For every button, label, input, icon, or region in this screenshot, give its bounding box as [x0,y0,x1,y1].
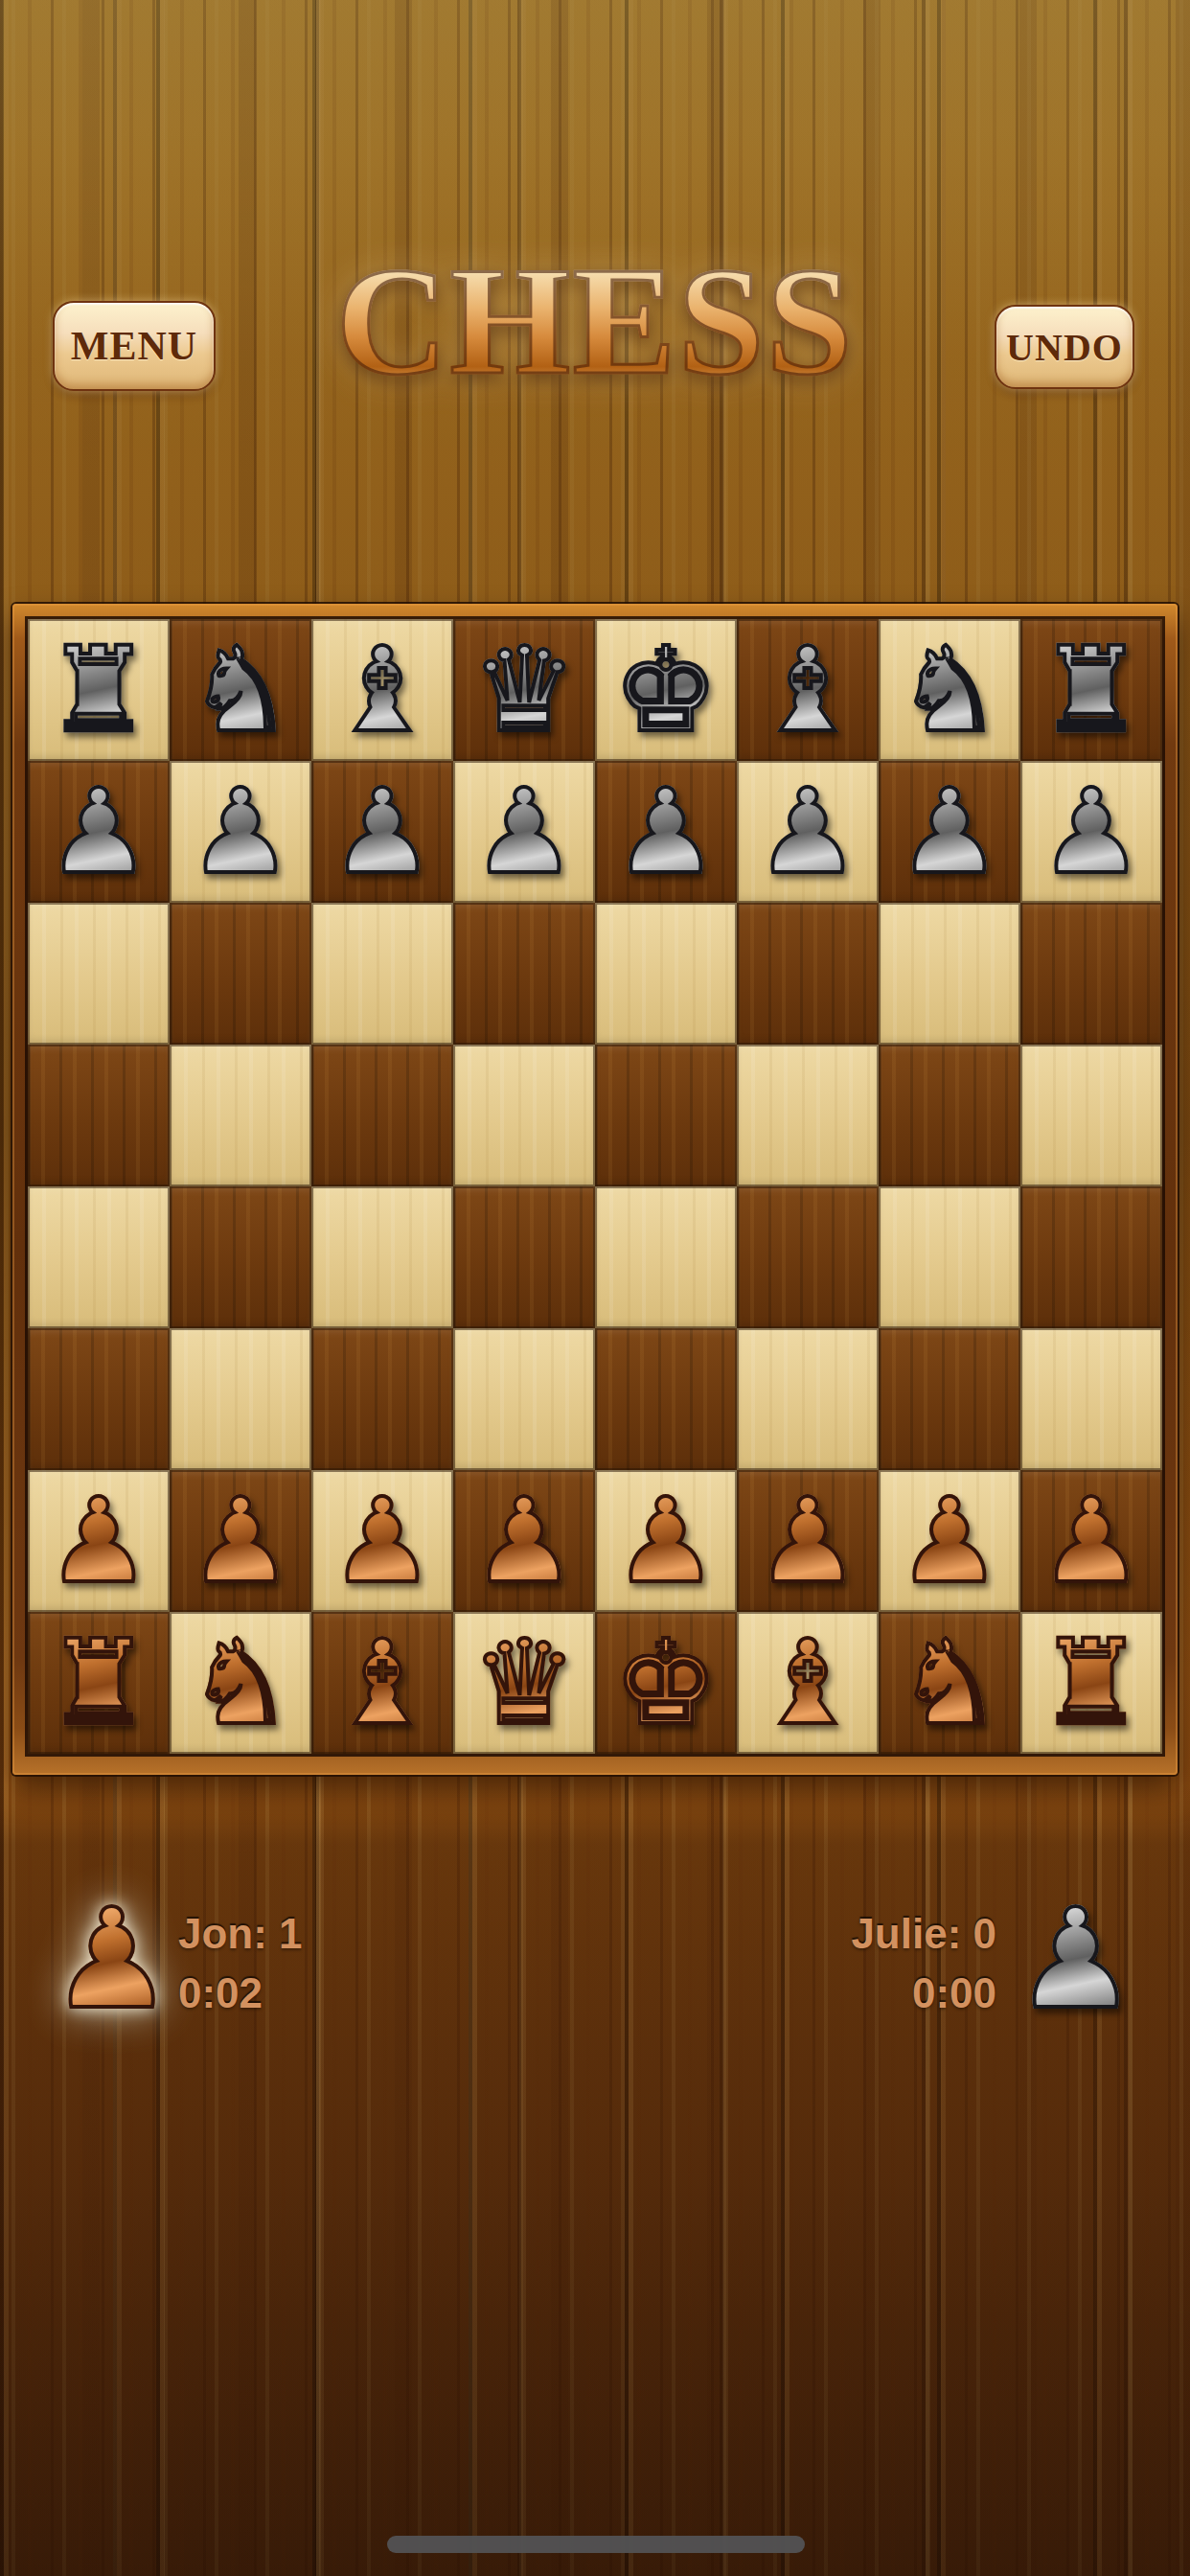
square-a5[interactable] [28,1045,170,1186]
piece-white-rook[interactable]: ♜ [28,1612,170,1754]
square-e3[interactable] [595,1328,737,1470]
square-d2[interactable]: ♟ [453,1470,595,1612]
piece-white-knight[interactable]: ♞ [170,1612,311,1754]
square-c3[interactable] [311,1328,453,1470]
square-f8[interactable]: ♝ [737,619,879,761]
square-a4[interactable] [28,1186,170,1328]
square-c8[interactable]: ♝ [311,619,453,761]
square-d6[interactable] [453,903,595,1045]
square-b3[interactable] [170,1328,311,1470]
square-b2[interactable]: ♟ [170,1470,311,1612]
square-d1[interactable]: ♛ [453,1612,595,1754]
square-b1[interactable]: ♞ [170,1612,311,1754]
square-f4[interactable] [737,1186,879,1328]
square-a6[interactable] [28,903,170,1045]
square-c7[interactable]: ♟ [311,761,453,903]
piece-white-rook[interactable]: ♜ [1020,1612,1162,1754]
square-c2[interactable]: ♟ [311,1470,453,1612]
square-e4[interactable] [595,1186,737,1328]
black-pawn-icon: ♟ [1014,1890,1137,2028]
square-h4[interactable] [1020,1186,1162,1328]
square-d3[interactable] [453,1328,595,1470]
piece-white-bishop[interactable]: ♝ [311,1612,453,1754]
square-e5[interactable] [595,1045,737,1186]
player-left-name-score: Jon: 1 [178,1913,303,1955]
piece-black-knight[interactable]: ♞ [170,619,311,761]
square-d4[interactable] [453,1186,595,1328]
piece-black-knight[interactable]: ♞ [879,619,1020,761]
piece-white-queen[interactable]: ♛ [453,1612,595,1754]
square-a8[interactable]: ♜ [28,619,170,761]
piece-black-rook[interactable]: ♜ [1020,619,1162,761]
piece-black-pawn[interactable]: ♟ [453,761,595,903]
square-h5[interactable] [1020,1045,1162,1186]
square-h3[interactable] [1020,1328,1162,1470]
piece-black-pawn[interactable]: ♟ [879,761,1020,903]
square-f3[interactable] [737,1328,879,1470]
square-h8[interactable]: ♜ [1020,619,1162,761]
square-h6[interactable] [1020,903,1162,1045]
piece-white-pawn[interactable]: ♟ [879,1470,1020,1612]
player-right-name-score: Julie: 0 [851,1913,996,1955]
piece-black-rook[interactable]: ♜ [28,619,170,761]
square-c4[interactable] [311,1186,453,1328]
piece-white-pawn[interactable]: ♟ [453,1470,595,1612]
square-e1[interactable]: ♚ [595,1612,737,1754]
square-c5[interactable] [311,1045,453,1186]
piece-white-bishop[interactable]: ♝ [737,1612,879,1754]
piece-white-knight[interactable]: ♞ [879,1612,1020,1754]
square-e8[interactable]: ♚ [595,619,737,761]
square-b5[interactable] [170,1045,311,1186]
square-b8[interactable]: ♞ [170,619,311,761]
square-d5[interactable] [453,1045,595,1186]
square-c6[interactable] [311,903,453,1045]
square-g8[interactable]: ♞ [879,619,1020,761]
square-g6[interactable] [879,903,1020,1045]
square-f6[interactable] [737,903,879,1045]
square-f7[interactable]: ♟ [737,761,879,903]
square-g5[interactable] [879,1045,1020,1186]
piece-black-pawn[interactable]: ♟ [170,761,311,903]
square-e7[interactable]: ♟ [595,761,737,903]
square-a1[interactable]: ♜ [28,1612,170,1754]
square-f5[interactable] [737,1045,879,1186]
square-e2[interactable]: ♟ [595,1470,737,1612]
square-a3[interactable] [28,1328,170,1470]
square-b7[interactable]: ♟ [170,761,311,903]
square-h1[interactable]: ♜ [1020,1612,1162,1754]
piece-black-queen[interactable]: ♛ [453,619,595,761]
piece-white-pawn[interactable]: ♟ [737,1470,879,1612]
undo-button[interactable]: UNDO [995,305,1134,389]
square-g4[interactable] [879,1186,1020,1328]
player-right-timer: 0:00 [851,1972,996,2014]
piece-black-bishop[interactable]: ♝ [737,619,879,761]
piece-black-pawn[interactable]: ♟ [737,761,879,903]
square-f2[interactable]: ♟ [737,1470,879,1612]
piece-black-bishop[interactable]: ♝ [311,619,453,761]
square-h2[interactable]: ♟ [1020,1470,1162,1612]
square-f1[interactable]: ♝ [737,1612,879,1754]
piece-black-pawn[interactable]: ♟ [311,761,453,903]
square-e6[interactable] [595,903,737,1045]
white-pawn-turn-icon: ♟ [50,1890,173,2028]
square-h7[interactable]: ♟ [1020,761,1162,903]
player-left-timer: 0:02 [178,1972,303,2014]
square-g2[interactable]: ♟ [879,1470,1020,1612]
chess-board: ♜♞♝♛♚♝♞♜♟♟♟♟♟♟♟♟♟♟♟♟♟♟♟♟♜♞♝♛♚♝♞♜ [28,619,1162,1754]
square-c1[interactable]: ♝ [311,1612,453,1754]
square-g3[interactable] [879,1328,1020,1470]
piece-white-pawn[interactable]: ♟ [170,1470,311,1612]
square-b4[interactable] [170,1186,311,1328]
piece-white-pawn[interactable]: ♟ [28,1470,170,1612]
piece-white-pawn[interactable]: ♟ [595,1470,737,1612]
piece-white-king[interactable]: ♚ [595,1612,737,1754]
square-g7[interactable]: ♟ [879,761,1020,903]
piece-black-pawn[interactable]: ♟ [1020,761,1162,903]
square-d7[interactable]: ♟ [453,761,595,903]
square-a7[interactable]: ♟ [28,761,170,903]
square-a2[interactable]: ♟ [28,1470,170,1612]
piece-black-pawn[interactable]: ♟ [595,761,737,903]
piece-white-pawn[interactable]: ♟ [311,1470,453,1612]
piece-black-pawn[interactable]: ♟ [28,761,170,903]
chess-board-frame: ♜♞♝♛♚♝♞♜♟♟♟♟♟♟♟♟♟♟♟♟♟♟♟♟♜♞♝♛♚♝♞♜ [12,604,1178,1775]
square-b6[interactable] [170,903,311,1045]
piece-white-pawn[interactable]: ♟ [1020,1470,1162,1612]
player-panel-right: Julie: 0 0:00 [851,1913,996,2014]
piece-black-king[interactable]: ♚ [595,619,737,761]
home-indicator[interactable] [387,2536,805,2553]
square-g1[interactable]: ♞ [879,1612,1020,1754]
square-d8[interactable]: ♛ [453,619,595,761]
player-panel-left: Jon: 1 0:02 [178,1913,303,2014]
